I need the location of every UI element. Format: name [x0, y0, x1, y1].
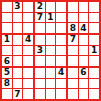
- cell-r4c3: 4: [23, 35, 33, 45]
- box-r1c1: 3: [2, 2, 33, 33]
- cell-r5c8[interactable]: [79, 46, 89, 56]
- box-r2c3: 71: [68, 35, 99, 66]
- sudoku-board: 32718414637158746: [0, 0, 101, 101]
- cell-r4c4[interactable]: [35, 35, 45, 45]
- cell-r5c6[interactable]: [56, 46, 66, 56]
- cell-r1c4: 2: [35, 2, 45, 12]
- cell-r7c2[interactable]: [13, 68, 23, 78]
- cell-r5c3[interactable]: [23, 46, 33, 56]
- cell-r8c7[interactable]: [68, 79, 78, 89]
- box-r3c3: 6: [68, 68, 99, 99]
- cell-r2c2[interactable]: [13, 13, 23, 23]
- cell-r1c6[interactable]: [56, 2, 66, 12]
- cell-r7c8: 6: [79, 68, 89, 78]
- cell-r2c9[interactable]: [89, 13, 99, 23]
- cell-r3c6[interactable]: [56, 23, 66, 33]
- cell-r2c4: 7: [35, 13, 45, 23]
- cell-r6c7[interactable]: [68, 56, 78, 66]
- cell-r3c9[interactable]: [89, 23, 99, 33]
- cell-r3c7: 8: [68, 23, 78, 33]
- cell-r9c7[interactable]: [68, 89, 78, 99]
- cell-r9c2: 7: [13, 89, 23, 99]
- cell-r9c4[interactable]: [35, 89, 45, 99]
- cell-r4c8[interactable]: [79, 35, 89, 45]
- cell-r6c4[interactable]: [35, 56, 45, 66]
- cell-r9c1[interactable]: [2, 89, 12, 99]
- cell-r1c2: 3: [13, 2, 23, 12]
- cell-r7c6: 4: [56, 68, 66, 78]
- cell-r6c1: 6: [2, 56, 12, 66]
- cell-r5c9: 1: [89, 46, 99, 56]
- cell-r9c9[interactable]: [89, 89, 99, 99]
- cell-r8c2[interactable]: [13, 79, 23, 89]
- cell-r3c3[interactable]: [23, 23, 33, 33]
- cell-r5c2[interactable]: [13, 46, 23, 56]
- cell-r9c5[interactable]: [46, 89, 56, 99]
- cell-r5c7[interactable]: [68, 46, 78, 56]
- cell-r8c8[interactable]: [79, 79, 89, 89]
- cell-r8c5[interactable]: [46, 79, 56, 89]
- cell-r1c3[interactable]: [23, 2, 33, 12]
- cell-r6c5[interactable]: [46, 56, 56, 66]
- cell-r6c8[interactable]: [79, 56, 89, 66]
- cell-r7c4[interactable]: [35, 68, 45, 78]
- cell-r4c7: 7: [68, 35, 78, 45]
- cell-r5c1[interactable]: [2, 46, 12, 56]
- cell-r7c3[interactable]: [23, 68, 33, 78]
- cell-r4c1: 1: [2, 35, 12, 45]
- box-r1c3: 84: [68, 2, 99, 33]
- cell-r4c5[interactable]: [46, 35, 56, 45]
- cell-r1c5[interactable]: [46, 2, 56, 12]
- box-r2c2: 3: [35, 35, 66, 66]
- cell-r2c6[interactable]: [56, 13, 66, 23]
- cell-r8c3[interactable]: [23, 79, 33, 89]
- cell-r8c4[interactable]: [35, 79, 45, 89]
- cell-r1c9[interactable]: [89, 2, 99, 12]
- cell-r2c5: 1: [46, 13, 56, 23]
- cell-r4c9[interactable]: [89, 35, 99, 45]
- cell-r7c7[interactable]: [68, 68, 78, 78]
- cell-r5c4: 3: [35, 46, 45, 56]
- cell-r3c5[interactable]: [46, 23, 56, 33]
- cell-r2c8[interactable]: [79, 13, 89, 23]
- cell-r3c2[interactable]: [13, 23, 23, 33]
- box-r2c1: 146: [2, 35, 33, 66]
- cell-r6c9[interactable]: [89, 56, 99, 66]
- cell-r4c6[interactable]: [56, 35, 66, 45]
- cell-r1c8[interactable]: [79, 2, 89, 12]
- cell-r7c9[interactable]: [89, 68, 99, 78]
- cell-r6c6[interactable]: [56, 56, 66, 66]
- cell-r8c9[interactable]: [89, 79, 99, 89]
- cell-r9c8[interactable]: [79, 89, 89, 99]
- cell-r8c1: 8: [2, 79, 12, 89]
- cell-r2c7[interactable]: [68, 13, 78, 23]
- box-r1c2: 271: [35, 2, 66, 33]
- box-r3c1: 587: [2, 68, 33, 99]
- cell-r4c2[interactable]: [13, 35, 23, 45]
- cell-r9c3[interactable]: [23, 89, 33, 99]
- cell-r6c3[interactable]: [23, 56, 33, 66]
- cell-r1c1[interactable]: [2, 2, 12, 12]
- cell-r3c1[interactable]: [2, 23, 12, 33]
- cell-r6c2[interactable]: [13, 56, 23, 66]
- cell-r1c7[interactable]: [68, 2, 78, 12]
- cell-r2c3[interactable]: [23, 13, 33, 23]
- cell-r3c8: 4: [79, 23, 89, 33]
- cell-r3c4[interactable]: [35, 23, 45, 33]
- cell-r5c5[interactable]: [46, 46, 56, 56]
- cell-r7c1: 5: [2, 68, 12, 78]
- cell-r2c1[interactable]: [2, 13, 12, 23]
- box-r3c2: 4: [35, 68, 66, 99]
- cell-r7c5[interactable]: [46, 68, 56, 78]
- cell-r8c6[interactable]: [56, 79, 66, 89]
- cell-r9c6[interactable]: [56, 89, 66, 99]
